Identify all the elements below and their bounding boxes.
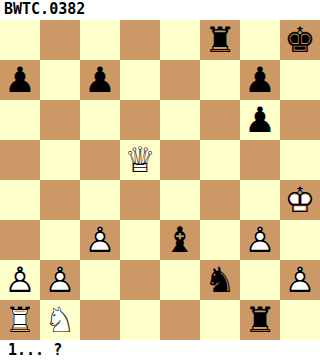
white-king: ♔ — [280, 180, 320, 220]
square-a4[interactable] — [0, 180, 40, 220]
square-d5[interactable]: ♛♕ — [120, 140, 160, 180]
square-e4[interactable] — [160, 180, 200, 220]
square-e8[interactable] — [160, 20, 200, 60]
square-c3[interactable]: ♟♙ — [80, 220, 120, 260]
square-c2[interactable] — [80, 260, 120, 300]
square-a7[interactable]: ♟ — [0, 60, 40, 100]
square-g8[interactable] — [240, 20, 280, 60]
square-c6[interactable] — [80, 100, 120, 140]
white-pawn: ♙ — [80, 220, 120, 260]
square-e5[interactable] — [160, 140, 200, 180]
square-d3[interactable] — [120, 220, 160, 260]
square-b2[interactable]: ♟♙ — [40, 260, 80, 300]
square-h4[interactable]: ♚♔ — [280, 180, 320, 220]
square-h3[interactable] — [280, 220, 320, 260]
square-b7[interactable] — [40, 60, 80, 100]
square-d8[interactable] — [120, 20, 160, 60]
black-pawn: ♟ — [240, 100, 280, 140]
square-g1[interactable]: ♜ — [240, 300, 280, 340]
square-g7[interactable]: ♟ — [240, 60, 280, 100]
square-c5[interactable] — [80, 140, 120, 180]
chess-diagram-window: BWTC.0382 ♜♚♟♟♟♟♛♕♚♔♟♙♝♟♙♟♙♟♙♞♟♙♜♖♞♘♜ 1.… — [0, 0, 320, 360]
white-pawn: ♙ — [40, 260, 80, 300]
square-d4[interactable] — [120, 180, 160, 220]
square-e6[interactable] — [160, 100, 200, 140]
square-d7[interactable] — [120, 60, 160, 100]
square-g4[interactable] — [240, 180, 280, 220]
square-b8[interactable] — [40, 20, 80, 60]
square-e2[interactable] — [160, 260, 200, 300]
diagram-title: BWTC.0382 — [0, 0, 320, 20]
square-h5[interactable] — [280, 140, 320, 180]
square-g2[interactable] — [240, 260, 280, 300]
square-c1[interactable] — [80, 300, 120, 340]
square-g3[interactable]: ♟♙ — [240, 220, 280, 260]
white-pawn-fill: ♟ — [280, 260, 320, 300]
square-b1[interactable]: ♞♘ — [40, 300, 80, 340]
black-king: ♚ — [280, 20, 320, 60]
square-h8[interactable]: ♚ — [280, 20, 320, 60]
black-rook: ♜ — [240, 300, 280, 340]
square-h1[interactable] — [280, 300, 320, 340]
white-king-fill: ♚ — [280, 180, 320, 220]
square-a3[interactable] — [0, 220, 40, 260]
square-f7[interactable] — [200, 60, 240, 100]
square-c8[interactable] — [80, 20, 120, 60]
white-knight: ♘ — [40, 300, 80, 340]
square-a8[interactable] — [0, 20, 40, 60]
white-pawn-fill: ♟ — [240, 220, 280, 260]
square-f3[interactable] — [200, 220, 240, 260]
square-b6[interactable] — [40, 100, 80, 140]
square-d1[interactable] — [120, 300, 160, 340]
square-b3[interactable] — [40, 220, 80, 260]
white-knight-fill: ♞ — [40, 300, 80, 340]
white-pawn-fill: ♟ — [80, 220, 120, 260]
square-e1[interactable] — [160, 300, 200, 340]
square-d2[interactable] — [120, 260, 160, 300]
chess-board: ♜♚♟♟♟♟♛♕♚♔♟♙♝♟♙♟♙♟♙♞♟♙♜♖♞♘♜ — [0, 20, 320, 340]
square-a1[interactable]: ♜♖ — [0, 300, 40, 340]
square-h7[interactable] — [280, 60, 320, 100]
black-pawn: ♟ — [80, 60, 120, 100]
black-bishop: ♝ — [160, 220, 200, 260]
black-knight: ♞ — [200, 260, 240, 300]
white-rook-fill: ♜ — [0, 300, 40, 340]
square-e7[interactable] — [160, 60, 200, 100]
white-rook: ♖ — [0, 300, 40, 340]
white-queen-fill: ♛ — [120, 140, 160, 180]
white-pawn: ♙ — [240, 220, 280, 260]
square-f8[interactable]: ♜ — [200, 20, 240, 60]
square-b5[interactable] — [40, 140, 80, 180]
square-f1[interactable] — [200, 300, 240, 340]
white-pawn-fill: ♟ — [0, 260, 40, 300]
square-a5[interactable] — [0, 140, 40, 180]
square-g6[interactable]: ♟ — [240, 100, 280, 140]
square-a2[interactable]: ♟♙ — [0, 260, 40, 300]
square-c4[interactable] — [80, 180, 120, 220]
square-a6[interactable] — [0, 100, 40, 140]
white-pawn: ♙ — [0, 260, 40, 300]
white-pawn-fill: ♟ — [40, 260, 80, 300]
black-pawn: ♟ — [240, 60, 280, 100]
square-f5[interactable] — [200, 140, 240, 180]
square-h2[interactable]: ♟♙ — [280, 260, 320, 300]
square-f2[interactable]: ♞ — [200, 260, 240, 300]
square-f6[interactable] — [200, 100, 240, 140]
white-queen: ♕ — [120, 140, 160, 180]
black-pawn: ♟ — [0, 60, 40, 100]
square-f4[interactable] — [200, 180, 240, 220]
square-h6[interactable] — [280, 100, 320, 140]
move-prompt: 1... ? — [0, 340, 320, 360]
square-c7[interactable]: ♟ — [80, 60, 120, 100]
square-g5[interactable] — [240, 140, 280, 180]
square-b4[interactable] — [40, 180, 80, 220]
square-e3[interactable]: ♝ — [160, 220, 200, 260]
square-d6[interactable] — [120, 100, 160, 140]
white-pawn: ♙ — [280, 260, 320, 300]
black-rook: ♜ — [200, 20, 240, 60]
